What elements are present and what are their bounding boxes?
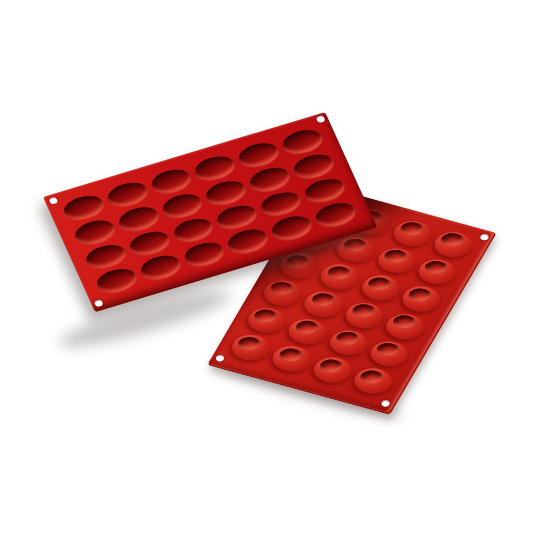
oval-cavity [93, 265, 140, 296]
back-mold-wrapper [0, 0, 533, 533]
product-photo-stage [0, 0, 533, 533]
oval-cavity [257, 188, 304, 219]
oval-cavity [290, 150, 337, 181]
oval-cavity [202, 177, 249, 208]
oval-cavity [279, 126, 326, 157]
back-mold-cavity-grid [43, 112, 377, 312]
oval-cavity [104, 179, 151, 210]
oval-cavity [214, 201, 261, 232]
oval-cavity [71, 216, 118, 247]
oval-cavity [225, 225, 272, 256]
oval-cavity [301, 175, 348, 206]
oval-cavity [235, 139, 282, 170]
back-mold-cavity-side [43, 112, 377, 312]
oval-cavity [312, 199, 359, 230]
oval-cavity [148, 165, 195, 196]
oval-cavity [159, 190, 206, 221]
oval-cavity [268, 212, 315, 243]
oval-cavity [170, 214, 217, 245]
oval-cavity [126, 227, 173, 258]
oval-cavity [60, 192, 107, 223]
oval-cavity [115, 203, 162, 234]
oval-cavity [82, 241, 129, 272]
oval-cavity [246, 163, 293, 194]
oval-cavity [181, 239, 228, 270]
oval-cavity [137, 252, 184, 283]
oval-cavity [191, 152, 238, 183]
